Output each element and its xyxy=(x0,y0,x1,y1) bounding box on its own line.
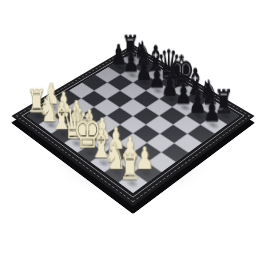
product-photo: ♜♞♝♛♚♝♞♜♟♟♟♟♟♟♟♟♟♟♟♟♟♟♟♟♜♞♝♛♚♝♞♜ xyxy=(0,0,260,260)
white-rook: ♜ xyxy=(112,151,148,185)
black-pawn: ♟ xyxy=(195,97,228,126)
